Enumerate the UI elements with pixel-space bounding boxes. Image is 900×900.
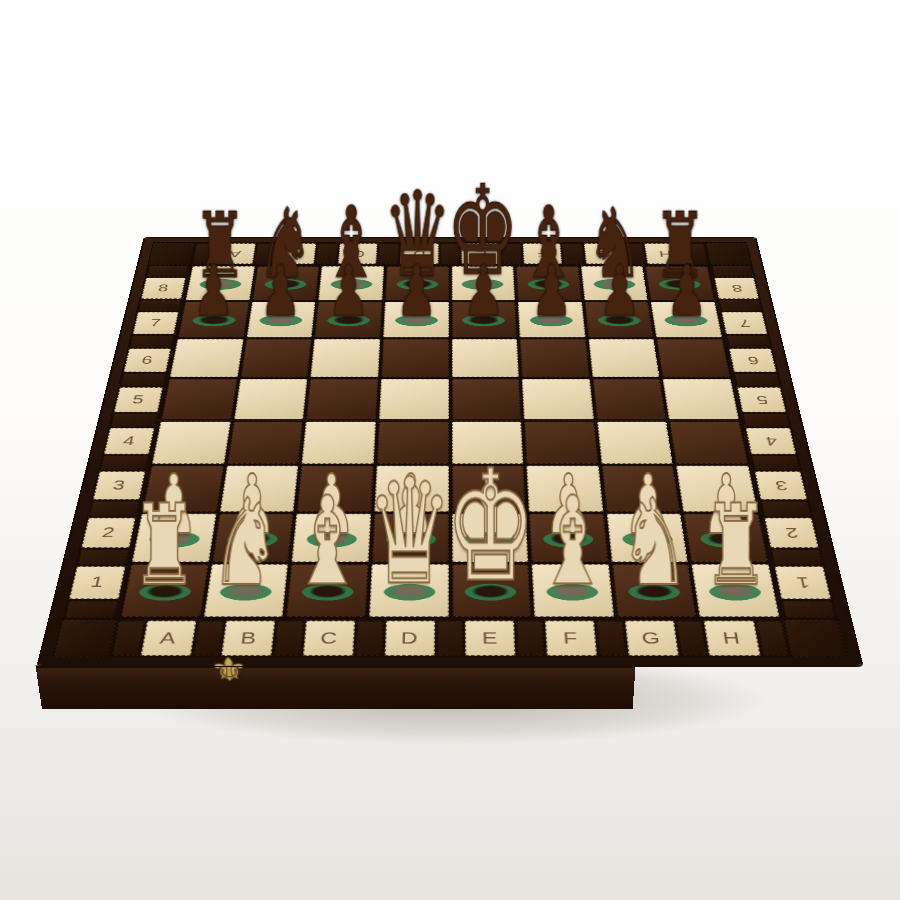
piece-white-queen-d1[interactable]: ♛ [369,564,448,616]
piece-white-knight-b1[interactable]: ♞ [203,564,288,616]
rank-label: 5 [131,393,146,406]
piece-white-knight-g1[interactable]: ♞ [612,564,697,616]
border-dark-cell [120,373,166,386]
border-dark-cell [726,335,770,347]
border-dark-cell [77,549,129,565]
file-cell-G: G [624,621,678,656]
rank-label: 2 [100,524,117,540]
border-dark-cell [596,621,626,656]
file-label: E [482,629,499,647]
border-dark-cell [129,335,173,347]
border-dark-cell [676,621,707,656]
piece-white-king-e1[interactable]: ♚ [452,564,531,616]
piece-white-rook-h1[interactable]: ♜ [692,564,779,616]
pieces-layer: ♜♞♝♛♚♝♞♜♟♟♟♟♟♟♟♟♟♟♟♟♟♟♟♟♜♞♝♛♚♝♞♜ [117,265,784,619]
file-label: A [158,629,178,647]
file-cell-A: A [140,621,196,656]
piece-black-pawn-h7[interactable]: ♟ [651,302,722,338]
border-dark-cell [111,621,144,656]
pawn-icon: ♟ [192,260,234,323]
border-dark-cell [65,600,119,617]
rank-label: 7 [149,317,163,329]
rank-label: 2 [783,524,800,540]
rank-label: 5 [754,393,769,406]
border-dark-cell [771,549,823,565]
border-dark-cell [719,300,762,311]
rank-cell-7: 7 [133,312,179,334]
rook-icon: ♜ [703,496,769,596]
pawn-icon: ♟ [666,260,708,323]
piece-black-pawn-d7[interactable]: ♟ [383,302,449,338]
frame-corner [705,242,752,264]
rank-cell-1: 1 [69,567,125,599]
piece-black-pawn-g7[interactable]: ♟ [584,302,653,338]
file-cell-C: C [303,621,355,656]
file-cell-D: D [384,621,435,656]
piece-black-pawn-a7[interactable]: ♟ [178,302,249,338]
file-cell-E: E [465,621,516,656]
rank-cell-4: 4 [104,428,155,455]
pawn-icon: ♟ [395,260,437,323]
border-dark-cell [756,621,789,656]
piece-black-pawn-f7[interactable]: ♟ [518,302,585,338]
border-dark-cell [100,456,149,470]
file-label: F [562,629,579,647]
pawn-icon: ♟ [328,260,370,323]
rank-cell-2: 2 [764,518,818,548]
border-dark-cell [356,621,384,656]
bishop-icon: ♝ [291,487,363,597]
rank-cell-5: 5 [114,387,163,412]
rank-label: 6 [745,354,759,367]
file-cell-F: F [545,621,597,656]
border-dark-cell [138,300,181,311]
frame-corner [147,242,194,264]
scene: ABCDEFGH 87654321 ♜♞♝♛♚♝♞♜♟♟♟♟♟♟♟♟♟♟♟♟♟♟… [0,0,900,900]
pawn-icon: ♟ [463,260,505,323]
piece-white-rook-a1[interactable]: ♜ [121,564,208,616]
border-dark-cell [517,621,545,656]
rook-icon: ♜ [131,496,197,596]
piece-black-pawn-b7[interactable]: ♟ [246,302,315,338]
knight-icon: ♞ [619,489,690,597]
file-label: G [641,629,662,647]
pawn-icon: ♟ [531,260,573,323]
rank-label: 1 [89,574,106,591]
photo-stage: ABCDEFGH 87654321 ♜♞♝♛♚♝♞♜♟♟♟♟♟♟♟♟♟♟♟♟♟♟… [0,0,900,900]
brass-clasp-icon[interactable]: ⚜ [664,654,704,685]
rank-cell-2: 2 [81,518,135,548]
rank-cell-6: 6 [729,349,776,373]
chess-board-box: ABCDEFGH 87654321 ♜♞♝♛♚♝♞♜♟♟♟♟♟♟♟♟♟♟♟♟♟♟… [39,238,861,666]
king-icon: ♚ [445,458,536,597]
frame-corner [53,619,117,657]
rank-label: 4 [763,434,778,448]
file-label: C [320,629,339,647]
queen-icon: ♛ [366,465,453,596]
board-center: ♜♞♝♛♚♝♞♜♟♟♟♟♟♟♟♟♟♟♟♟♟♟♟♟♜♞♝♛♚♝♞♜ [117,265,784,619]
piece-white-bishop-f1[interactable]: ♝ [532,564,614,616]
file-label: D [401,629,419,647]
rank-cell-8: 8 [141,277,186,298]
rank-label: 6 [140,354,154,367]
border-dark-cell [110,413,157,426]
border-dark-cell [193,621,224,656]
file-label: H [721,629,742,647]
rank-label: 3 [773,478,789,493]
file-cell-H: H [704,621,760,656]
border-dark-cell [146,266,188,277]
piece-white-bishop-c1[interactable]: ♝ [286,564,368,616]
border-dark-cell [751,456,800,470]
pawn-icon: ♟ [260,260,302,323]
pawn-icon: ♟ [598,260,640,323]
rank-cell-1: 1 [775,567,831,599]
frame-corner [783,619,847,657]
brass-clasp-icon[interactable]: ⚜ [209,654,249,685]
border-dark-cell [743,413,790,426]
box-front-edge: ⚜⚜ [35,666,864,710]
rank-label: 7 [737,317,751,329]
rank-cell-6: 6 [123,349,170,373]
rank-cell-4: 4 [746,428,797,455]
file-label: B [239,629,258,647]
rank-label: 8 [157,282,171,293]
piece-black-pawn-c7[interactable]: ♟ [315,302,382,338]
border-dark-cell [734,373,780,386]
rank-cell-8: 8 [714,277,759,298]
border-dark-cell [782,600,836,617]
piece-black-pawn-e7[interactable]: ♟ [451,302,517,338]
rank-label: 4 [121,434,136,448]
border-dark-cell [274,621,304,656]
border-dark-cell [712,266,754,277]
bishop-icon: ♝ [536,487,608,597]
rank-label: 1 [794,574,811,591]
border-dark-cell [437,621,463,656]
rank-label: 3 [111,478,127,493]
rank-cell-5: 5 [737,387,786,412]
board-frame: ABCDEFGH 87654321 ♜♞♝♛♚♝♞♜♟♟♟♟♟♟♟♟♟♟♟♟♟♟… [53,242,848,657]
rank-label: 8 [730,282,744,293]
file-cell-B: B [222,621,276,656]
rank-cell-7: 7 [721,312,767,334]
knight-icon: ♞ [210,489,281,597]
